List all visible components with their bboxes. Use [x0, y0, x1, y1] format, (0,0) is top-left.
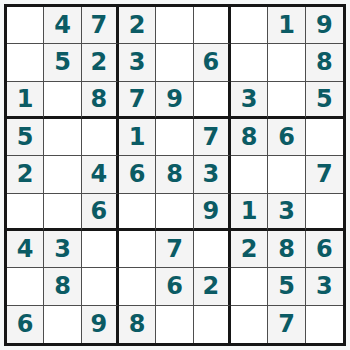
cell-r1c5[interactable]: [156, 7, 193, 44]
cell-r7c4[interactable]: [119, 231, 156, 268]
cell-r9c8[interactable]: 7: [268, 306, 305, 343]
cell-r9c4[interactable]: 8: [119, 306, 156, 343]
cell-r4c6[interactable]: 7: [194, 119, 231, 156]
cell-r3c1[interactable]: 1: [7, 82, 44, 119]
cell-r9c6[interactable]: [194, 306, 231, 343]
cell-r4c5[interactable]: [156, 119, 193, 156]
cell-r8c5[interactable]: 6: [156, 268, 193, 305]
cell-r6c4[interactable]: [119, 194, 156, 231]
cell-r1c3[interactable]: 7: [82, 7, 119, 44]
cell-r1c8[interactable]: 1: [268, 7, 305, 44]
cell-r3c6[interactable]: [194, 82, 231, 119]
cell-r1c1[interactable]: [7, 7, 44, 44]
cell-r5c9[interactable]: 7: [306, 156, 343, 193]
cell-r8c6[interactable]: 2: [194, 268, 231, 305]
cell-r3c9[interactable]: 5: [306, 82, 343, 119]
cell-r7c1[interactable]: 4: [7, 231, 44, 268]
cell-r3c3[interactable]: 8: [82, 82, 119, 119]
cell-r3c5[interactable]: 9: [156, 82, 193, 119]
cell-r2c2[interactable]: 5: [44, 44, 81, 81]
cell-r8c9[interactable]: 3: [306, 268, 343, 305]
cell-r1c4[interactable]: 2: [119, 7, 156, 44]
cell-r4c9[interactable]: [306, 119, 343, 156]
cell-r5c2[interactable]: [44, 156, 81, 193]
cell-r7c9[interactable]: 6: [306, 231, 343, 268]
cell-r4c4[interactable]: 1: [119, 119, 156, 156]
cell-r9c9[interactable]: [306, 306, 343, 343]
cell-r6c8[interactable]: 3: [268, 194, 305, 231]
cell-r7c2[interactable]: 3: [44, 231, 81, 268]
cell-r2c3[interactable]: 2: [82, 44, 119, 81]
cell-r5c3[interactable]: 4: [82, 156, 119, 193]
cell-r3c2[interactable]: [44, 82, 81, 119]
cell-r6c7[interactable]: 1: [231, 194, 268, 231]
cell-r4c1[interactable]: 5: [7, 119, 44, 156]
cell-r4c8[interactable]: 6: [268, 119, 305, 156]
cell-r7c5[interactable]: 7: [156, 231, 193, 268]
cell-r9c7[interactable]: [231, 306, 268, 343]
cell-r7c8[interactable]: 8: [268, 231, 305, 268]
cell-r7c7[interactable]: 2: [231, 231, 268, 268]
cell-r8c2[interactable]: 8: [44, 268, 81, 305]
cell-r4c2[interactable]: [44, 119, 81, 156]
cell-r6c6[interactable]: 9: [194, 194, 231, 231]
cell-r5c6[interactable]: 3: [194, 156, 231, 193]
cell-r1c7[interactable]: [231, 7, 268, 44]
cell-r5c5[interactable]: 8: [156, 156, 193, 193]
cell-r2c6[interactable]: 6: [194, 44, 231, 81]
cell-r9c3[interactable]: 9: [82, 306, 119, 343]
cell-r7c3[interactable]: [82, 231, 119, 268]
cell-r6c5[interactable]: [156, 194, 193, 231]
cell-r8c7[interactable]: [231, 268, 268, 305]
cell-r3c4[interactable]: 7: [119, 82, 156, 119]
cell-r1c2[interactable]: 4: [44, 7, 81, 44]
cell-r8c4[interactable]: [119, 268, 156, 305]
cell-r5c7[interactable]: [231, 156, 268, 193]
cell-r6c1[interactable]: [7, 194, 44, 231]
cell-r2c4[interactable]: 3: [119, 44, 156, 81]
cell-r5c1[interactable]: 2: [7, 156, 44, 193]
cell-r2c9[interactable]: 8: [306, 44, 343, 81]
cell-r6c9[interactable]: [306, 194, 343, 231]
sudoku-board: 4721952368187935517862468376913437286862…: [4, 4, 346, 346]
cell-r3c8[interactable]: [268, 82, 305, 119]
cell-r9c5[interactable]: [156, 306, 193, 343]
cell-r9c1[interactable]: 6: [7, 306, 44, 343]
cell-r1c9[interactable]: 9: [306, 7, 343, 44]
cell-r7c6[interactable]: [194, 231, 231, 268]
cell-r5c8[interactable]: [268, 156, 305, 193]
cell-r2c1[interactable]: [7, 44, 44, 81]
cell-r2c7[interactable]: [231, 44, 268, 81]
cell-r8c8[interactable]: 5: [268, 268, 305, 305]
cell-r1c6[interactable]: [194, 7, 231, 44]
cell-r6c2[interactable]: [44, 194, 81, 231]
cell-r4c3[interactable]: [82, 119, 119, 156]
cell-r9c2[interactable]: [44, 306, 81, 343]
cell-r4c7[interactable]: 8: [231, 119, 268, 156]
cell-r3c7[interactable]: 3: [231, 82, 268, 119]
cell-r2c5[interactable]: [156, 44, 193, 81]
cell-r6c3[interactable]: 6: [82, 194, 119, 231]
cell-r5c4[interactable]: 6: [119, 156, 156, 193]
cell-r8c3[interactable]: [82, 268, 119, 305]
cell-r8c1[interactable]: [7, 268, 44, 305]
cell-r2c8[interactable]: [268, 44, 305, 81]
